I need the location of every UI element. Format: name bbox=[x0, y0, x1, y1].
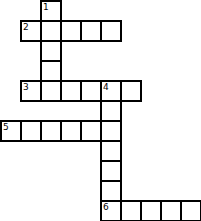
crossword-cell-r10c7[interactable] bbox=[140, 200, 162, 221]
crossword-cell-r3c2[interactable] bbox=[40, 60, 62, 82]
crossword-cell-r5c5[interactable] bbox=[100, 100, 122, 122]
crossword-cell-r4c2[interactable] bbox=[40, 80, 62, 102]
crossword-cell-r10c6[interactable] bbox=[120, 200, 142, 221]
crossword-cell-r1c3[interactable] bbox=[60, 20, 82, 42]
crossword-cell-r1c5[interactable] bbox=[100, 20, 122, 42]
crossword-cell-r4c5[interactable]: 4 bbox=[100, 80, 122, 102]
crossword-grid: 123456 bbox=[0, 0, 201, 221]
crossword-cell-r6c2[interactable] bbox=[40, 120, 62, 142]
clue-number-3: 3 bbox=[23, 82, 29, 92]
clue-number-5: 5 bbox=[3, 122, 9, 132]
crossword-cell-r7c5[interactable] bbox=[100, 140, 122, 162]
crossword-cell-r4c1[interactable]: 3 bbox=[20, 80, 42, 102]
clue-number-2: 2 bbox=[23, 22, 29, 32]
crossword-cell-r9c5[interactable] bbox=[100, 180, 122, 202]
crossword-cell-r10c9[interactable] bbox=[180, 200, 201, 221]
crossword-cell-r1c4[interactable] bbox=[80, 20, 102, 42]
crossword-cell-r6c1[interactable] bbox=[20, 120, 42, 142]
crossword-cell-r4c6[interactable] bbox=[120, 80, 142, 102]
crossword-cell-r0c2[interactable]: 1 bbox=[40, 0, 62, 22]
crossword-cell-r1c2[interactable] bbox=[40, 20, 62, 42]
clue-number-4: 4 bbox=[103, 82, 109, 92]
crossword-cell-r4c3[interactable] bbox=[60, 80, 82, 102]
clue-number-6: 6 bbox=[103, 202, 109, 212]
crossword-cell-r6c0[interactable]: 5 bbox=[0, 120, 22, 142]
crossword-cell-r1c1[interactable]: 2 bbox=[20, 20, 42, 42]
clue-number-1: 1 bbox=[43, 2, 49, 12]
crossword-cell-r6c5[interactable] bbox=[100, 120, 122, 142]
crossword-cell-r6c3[interactable] bbox=[60, 120, 82, 142]
crossword-cell-r2c2[interactable] bbox=[40, 40, 62, 62]
crossword-cell-r4c4[interactable] bbox=[80, 80, 102, 102]
crossword-cell-r8c5[interactable] bbox=[100, 160, 122, 182]
crossword-cell-r10c8[interactable] bbox=[160, 200, 182, 221]
crossword-cell-r10c5[interactable]: 6 bbox=[100, 200, 122, 221]
crossword-cell-r6c4[interactable] bbox=[80, 120, 102, 142]
